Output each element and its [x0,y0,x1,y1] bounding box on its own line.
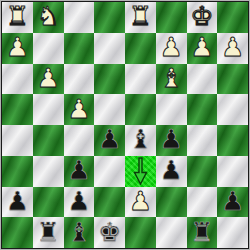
square-e4[interactable] [94,94,125,125]
square-d3[interactable] [125,64,156,95]
square-b5[interactable] [187,125,218,156]
piece-white-pawn: ♟ [6,34,29,60]
square-b8[interactable]: ♜ [187,217,218,248]
piece-white-rook: ♜ [129,3,152,29]
square-c7[interactable] [156,187,187,218]
piece-white-pawn: ♟ [36,65,59,91]
square-b4[interactable] [187,94,218,125]
square-e8[interactable]: ♚ [94,217,125,248]
square-g5[interactable] [33,125,64,156]
square-g8[interactable]: ♜ [33,217,64,248]
square-h8[interactable] [2,217,33,248]
square-a3[interactable] [217,64,248,95]
square-e5[interactable]: ♟ [94,125,125,156]
square-g2[interactable] [33,33,64,64]
arrow-down-icon [125,156,156,187]
piece-white-pawn: ♟ [129,188,152,214]
square-h4[interactable] [2,94,33,125]
square-d7[interactable]: ♟ [125,187,156,218]
square-h1[interactable]: ♜ [2,2,33,33]
square-d6[interactable] [125,156,156,187]
square-f3[interactable] [64,64,95,95]
square-e1[interactable] [94,2,125,33]
square-f8[interactable]: ♝ [64,217,95,248]
square-a8[interactable] [217,217,248,248]
square-a1[interactable] [217,2,248,33]
square-e3[interactable] [94,64,125,95]
piece-white-pawn: ♟ [67,96,90,122]
piece-black-pawn: ♟ [221,188,244,214]
square-b3[interactable] [187,64,218,95]
square-a6[interactable] [217,156,248,187]
piece-white-pawn: ♟ [159,34,182,60]
square-h5[interactable] [2,125,33,156]
square-h2[interactable]: ♟ [2,33,33,64]
piece-black-pawn: ♟ [159,157,182,183]
square-g4[interactable] [33,94,64,125]
square-f7[interactable]: ♟ [64,187,95,218]
piece-black-king: ♚ [98,219,121,245]
piece-black-rook: ♜ [36,219,59,245]
chess-board: ♜♞♜♚♟♟♟♟♟♝♟♟♝♟♟ ♟♟♟♟♟♜♝♚♜ [2,2,248,248]
square-d1[interactable]: ♜ [125,2,156,33]
square-c6[interactable]: ♟ [156,156,187,187]
piece-black-bishop: ♝ [129,126,152,152]
piece-black-pawn: ♟ [6,188,29,214]
square-e7[interactable] [94,187,125,218]
piece-black-pawn: ♟ [67,157,90,183]
square-d2[interactable] [125,33,156,64]
piece-black-pawn: ♟ [67,188,90,214]
square-f2[interactable] [64,33,95,64]
piece-white-pawn: ♟ [221,34,244,60]
piece-black-rook: ♜ [190,219,213,245]
piece-white-pawn: ♟ [190,34,213,60]
square-f5[interactable] [64,125,95,156]
square-d8[interactable] [125,217,156,248]
square-c2[interactable]: ♟ [156,33,187,64]
piece-white-rook: ♜ [6,3,29,29]
piece-white-bishop: ♝ [159,65,182,91]
square-a2[interactable]: ♟ [217,33,248,64]
piece-black-bishop: ♝ [67,219,90,245]
square-f4[interactable]: ♟ [64,94,95,125]
square-b7[interactable] [187,187,218,218]
square-b2[interactable]: ♟ [187,33,218,64]
square-g6[interactable] [33,156,64,187]
square-g7[interactable] [33,187,64,218]
square-c3[interactable]: ♝ [156,64,187,95]
square-d5[interactable]: ♝ [125,125,156,156]
square-h7[interactable]: ♟ [2,187,33,218]
piece-black-pawn: ♟ [159,126,182,152]
square-c8[interactable] [156,217,187,248]
square-f1[interactable] [64,2,95,33]
square-a4[interactable] [217,94,248,125]
piece-black-pawn: ♟ [98,126,121,152]
square-a5[interactable] [217,125,248,156]
square-g3[interactable]: ♟ [33,64,64,95]
square-g1[interactable]: ♞ [33,2,64,33]
piece-white-knight: ♞ [36,3,59,29]
square-f6[interactable]: ♟ [64,156,95,187]
square-e2[interactable] [94,33,125,64]
square-c4[interactable] [156,94,187,125]
square-h3[interactable] [2,64,33,95]
square-c1[interactable] [156,2,187,33]
square-h6[interactable] [2,156,33,187]
square-a7[interactable]: ♟ [217,187,248,218]
square-d4[interactable] [125,94,156,125]
square-c5[interactable]: ♟ [156,125,187,156]
square-b6[interactable] [187,156,218,187]
piece-white-king: ♚ [190,3,213,29]
square-b1[interactable]: ♚ [187,2,218,33]
chess-board-frame: ♜♞♜♚♟♟♟♟♟♝♟♟♝♟♟ ♟♟♟♟♟♜♝♚♜ [0,0,250,250]
square-e6[interactable] [94,156,125,187]
